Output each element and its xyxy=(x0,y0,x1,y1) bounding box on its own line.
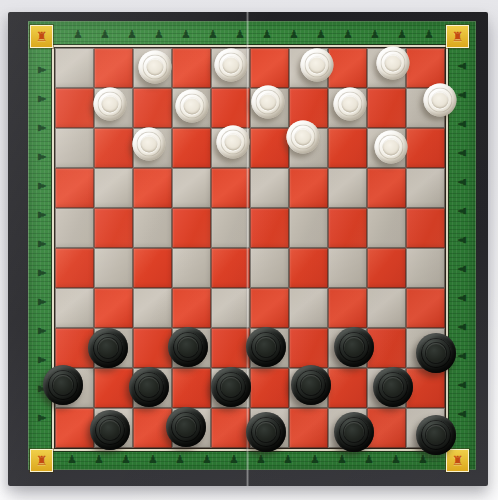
board-square[interactable] xyxy=(289,288,328,328)
pawn-motif-icon: ♟ xyxy=(229,454,239,465)
board-square[interactable] xyxy=(250,288,289,328)
board-square[interactable] xyxy=(250,208,289,248)
checkers-board: ♟♟♟♟♟♟♟♟♟♟♟♟♟♟♟♟♟♟♟♟♟♟♟♟♟♟♟♟♟♟♟♟♟♟♟♟♟♟♟♟… xyxy=(8,12,488,486)
pawn-motif-icon: ♟ xyxy=(36,326,47,336)
board-square[interactable] xyxy=(172,48,211,88)
pawn-motif-icon: ♟ xyxy=(457,322,468,332)
board-square[interactable] xyxy=(250,168,289,208)
pawn-motif-icon: ♟ xyxy=(457,264,468,274)
board-square[interactable] xyxy=(133,168,172,208)
checker-piece-black[interactable]: ⛂ xyxy=(211,367,251,407)
pawn-motif-icon: ♟ xyxy=(370,29,380,40)
castle-emblem-icon: ♜ xyxy=(446,449,469,472)
board-square[interactable] xyxy=(328,168,367,208)
pawn-motif-icon: ♟ xyxy=(457,90,468,100)
board-square[interactable] xyxy=(55,408,94,448)
checker-piece-white[interactable]: ⛀ xyxy=(376,47,409,80)
board-square[interactable] xyxy=(406,288,445,328)
pawn-motif-icon: ♟ xyxy=(208,29,218,40)
pawn-motif-icon: ♟ xyxy=(36,413,47,423)
board-square[interactable] xyxy=(367,88,406,128)
board-square[interactable] xyxy=(94,168,133,208)
board-square[interactable] xyxy=(94,288,133,328)
rook-glyph: ♜ xyxy=(452,453,464,468)
pawn-motif-icon: ♟ xyxy=(36,268,47,278)
board-square[interactable] xyxy=(172,208,211,248)
checker-piece-black[interactable]: ⛂ xyxy=(246,327,286,367)
board-square[interactable] xyxy=(289,208,328,248)
pawn-motif-icon: ♟ xyxy=(36,181,47,191)
board-square[interactable] xyxy=(55,128,94,168)
checker-piece-black[interactable]: ⛂ xyxy=(88,328,128,368)
pawn-motif-icon: ♟ xyxy=(100,29,110,40)
pawn-motif-icon: ♟ xyxy=(457,148,468,158)
checker-piece-white[interactable]: ⛀ xyxy=(214,49,247,82)
checker-piece-white[interactable]: ⛀ xyxy=(132,128,165,161)
board-square[interactable] xyxy=(55,288,94,328)
board-square[interactable] xyxy=(406,208,445,248)
board-square[interactable] xyxy=(406,48,445,88)
checker-piece-black[interactable]: ⛂ xyxy=(168,327,208,367)
board-square[interactable] xyxy=(94,368,133,408)
pawn-motif-icon: ♟ xyxy=(262,29,272,40)
board-square[interactable] xyxy=(133,328,172,368)
checker-piece-black[interactable]: ⛂ xyxy=(246,412,286,452)
pawn-motif-icon: ♟ xyxy=(457,351,468,361)
checker-piece-white[interactable]: ⛀ xyxy=(423,84,456,117)
pawn-motif-icon: ♟ xyxy=(310,454,320,465)
board-square[interactable] xyxy=(328,288,367,328)
pawn-motif-icon: ♟ xyxy=(36,210,47,220)
board-square[interactable] xyxy=(133,88,172,128)
checker-piece-black[interactable]: ⛂ xyxy=(291,365,331,405)
checker-piece-black[interactable]: ⛂ xyxy=(373,367,413,407)
pawn-motif-icon: ♟ xyxy=(457,206,468,216)
board-square[interactable] xyxy=(94,208,133,248)
board-square[interactable] xyxy=(211,168,250,208)
castle-emblem-icon: ♜ xyxy=(30,25,53,48)
board-square[interactable] xyxy=(133,248,172,288)
board-square[interactable] xyxy=(211,208,250,248)
checker-piece-black[interactable]: ⛂ xyxy=(416,333,456,373)
pawn-motif-icon: ♟ xyxy=(121,454,131,465)
pawn-motif-icon: ♟ xyxy=(36,152,47,162)
pawn-motif-icon: ♟ xyxy=(397,29,407,40)
board-square[interactable] xyxy=(406,128,445,168)
board-square[interactable] xyxy=(250,248,289,288)
board-square[interactable] xyxy=(406,168,445,208)
pawn-motif-icon: ♟ xyxy=(154,29,164,40)
board-square[interactable] xyxy=(367,288,406,328)
rook-glyph: ♜ xyxy=(452,29,464,44)
board-square[interactable] xyxy=(55,168,94,208)
pawn-motif-icon: ♟ xyxy=(94,454,104,465)
checker-piece-white[interactable]: ⛀ xyxy=(216,126,249,159)
pawn-motif-icon: ♟ xyxy=(36,355,47,365)
castle-emblem-icon: ♜ xyxy=(30,449,53,472)
board-square[interactable] xyxy=(211,408,250,448)
board-square[interactable] xyxy=(133,208,172,248)
pawn-motif-icon: ♟ xyxy=(36,94,47,104)
board-square[interactable] xyxy=(328,48,367,88)
board-square[interactable] xyxy=(289,328,328,368)
pawn-motif-icon: ♟ xyxy=(202,454,212,465)
checker-piece-white[interactable]: ⛀ xyxy=(374,131,407,164)
castle-emblem-icon: ♜ xyxy=(446,25,469,48)
pawn-motif-icon: ♟ xyxy=(175,454,185,465)
pawn-motif-icon: ♟ xyxy=(181,29,191,40)
pawn-motif-icon: ♟ xyxy=(424,29,434,40)
rook-glyph: ♜ xyxy=(36,453,48,468)
board-square[interactable] xyxy=(211,88,250,128)
pawn-motif-icon: ♟ xyxy=(256,454,266,465)
board-square[interactable] xyxy=(55,248,94,288)
board-square[interactable] xyxy=(328,208,367,248)
board-square[interactable] xyxy=(250,128,289,168)
board-square[interactable] xyxy=(211,328,250,368)
board-square[interactable] xyxy=(94,48,133,88)
board-square[interactable] xyxy=(250,368,289,408)
checker-piece-white[interactable]: ⛀ xyxy=(286,121,319,154)
board-square[interactable] xyxy=(367,248,406,288)
board-square[interactable] xyxy=(55,48,94,88)
pawn-motif-icon: ♟ xyxy=(148,454,158,465)
checker-piece-white[interactable]: ⛀ xyxy=(175,90,208,123)
board-square[interactable] xyxy=(172,168,211,208)
pawn-motif-icon: ♟ xyxy=(316,29,326,40)
board-square[interactable] xyxy=(172,248,211,288)
checker-piece-black[interactable]: ⛂ xyxy=(90,410,130,450)
board-square[interactable] xyxy=(133,288,172,328)
photo-backdrop: { "game": { "name": "checkers-draughts",… xyxy=(0,0,498,500)
board-square[interactable] xyxy=(172,368,211,408)
pawn-motif-icon: ♟ xyxy=(289,29,299,40)
pawn-motif-icon: ♟ xyxy=(457,235,468,245)
checker-piece-white[interactable]: ⛀ xyxy=(300,49,333,82)
board-square[interactable] xyxy=(367,168,406,208)
pawn-motif-icon: ♟ xyxy=(457,119,468,129)
checker-piece-white[interactable]: ⛀ xyxy=(251,86,284,119)
pawn-motif-icon: ♟ xyxy=(67,454,77,465)
board-square[interactable] xyxy=(328,248,367,288)
board-square[interactable] xyxy=(289,168,328,208)
board-square[interactable] xyxy=(211,248,250,288)
checker-piece-white[interactable]: ⛀ xyxy=(93,88,126,121)
pawn-motif-icon: ♟ xyxy=(343,29,353,40)
checker-piece-white[interactable]: ⛀ xyxy=(138,51,171,84)
pawn-motif-icon: ♟ xyxy=(457,61,468,71)
board-square[interactable] xyxy=(55,208,94,248)
checker-piece-black[interactable]: ⛂ xyxy=(334,412,374,452)
pawn-motif-icon: ♟ xyxy=(36,123,47,133)
board-square[interactable] xyxy=(289,408,328,448)
board-square[interactable] xyxy=(94,128,133,168)
pawn-motif-icon: ♟ xyxy=(235,29,245,40)
board-square[interactable] xyxy=(328,368,367,408)
pawn-motif-icon: ♟ xyxy=(283,454,293,465)
pawn-motif-icon: ♟ xyxy=(337,454,347,465)
pawn-motif-icon: ♟ xyxy=(36,65,47,75)
board-square[interactable] xyxy=(289,248,328,288)
board-square[interactable] xyxy=(94,248,133,288)
pawn-motif-icon: ♟ xyxy=(364,454,374,465)
pawn-motif-icon: ♟ xyxy=(457,409,468,419)
pawn-motif-icon: ♟ xyxy=(457,177,468,187)
pawn-motif-icon: ♟ xyxy=(457,380,468,390)
board-square[interactable] xyxy=(250,48,289,88)
board-square[interactable] xyxy=(328,128,367,168)
pawn-motif-icon: ♟ xyxy=(391,454,401,465)
checker-piece-black[interactable]: ⛂ xyxy=(334,327,374,367)
pawn-motif-icon: ♟ xyxy=(36,239,47,249)
pawn-motif-icon: ♟ xyxy=(73,29,83,40)
board-square[interactable] xyxy=(406,248,445,288)
checker-piece-black[interactable]: ⛂ xyxy=(166,407,206,447)
checker-piece-black[interactable]: ⛂ xyxy=(129,367,169,407)
board-square[interactable] xyxy=(367,208,406,248)
checker-piece-black[interactable]: ⛂ xyxy=(416,415,456,455)
rook-glyph: ♜ xyxy=(36,29,48,44)
pawn-motif-icon: ♟ xyxy=(127,29,137,40)
pawn-motif-icon: ♟ xyxy=(457,293,468,303)
checker-piece-black[interactable]: ⛂ xyxy=(43,365,83,405)
board-square[interactable] xyxy=(55,88,94,128)
pawn-motif-icon: ♟ xyxy=(418,454,428,465)
board-square[interactable] xyxy=(211,288,250,328)
pawn-motif-icon: ♟ xyxy=(36,297,47,307)
board-square[interactable] xyxy=(172,128,211,168)
board-square[interactable] xyxy=(172,288,211,328)
checker-piece-white[interactable]: ⛀ xyxy=(333,88,366,121)
